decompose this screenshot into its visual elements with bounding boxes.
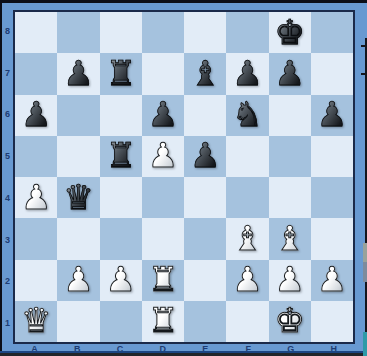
square-c8[interactable] xyxy=(100,12,142,53)
rank-label-1: 1 xyxy=(2,302,13,344)
square-c7[interactable]: ♜ xyxy=(100,53,142,94)
white-rook[interactable]: ♜ xyxy=(148,303,178,337)
square-c2[interactable]: ♟ xyxy=(100,260,142,301)
square-c6[interactable] xyxy=(100,95,142,136)
square-a8[interactable] xyxy=(15,12,57,53)
rank-labels: 87654321 xyxy=(2,10,13,344)
white-pawn[interactable]: ♟ xyxy=(63,262,93,296)
square-b2[interactable]: ♟ xyxy=(57,260,99,301)
square-e8[interactable] xyxy=(184,12,226,53)
square-a6[interactable]: ♟ xyxy=(15,95,57,136)
square-b5[interactable] xyxy=(57,136,99,177)
square-d3[interactable] xyxy=(142,218,184,259)
square-f8[interactable] xyxy=(226,12,268,53)
square-h4[interactable] xyxy=(311,177,353,218)
square-h3[interactable] xyxy=(311,218,353,259)
square-e1[interactable] xyxy=(184,301,226,342)
white-bishop[interactable]: ♝ xyxy=(274,221,304,255)
square-g4[interactable] xyxy=(269,177,311,218)
black-knight[interactable]: ♞ xyxy=(232,97,262,131)
square-f5[interactable] xyxy=(226,136,268,177)
square-c3[interactable] xyxy=(100,218,142,259)
square-e2[interactable] xyxy=(184,260,226,301)
white-king[interactable]: ♚ xyxy=(274,303,304,337)
rank-label-3: 3 xyxy=(2,219,13,261)
square-a2[interactable] xyxy=(15,260,57,301)
rank-label-6: 6 xyxy=(2,94,13,136)
white-pawn[interactable]: ♟ xyxy=(148,138,178,172)
black-pawn[interactable]: ♟ xyxy=(317,97,347,131)
right-edge-tick xyxy=(361,73,367,75)
square-a3[interactable] xyxy=(15,218,57,259)
square-g2[interactable]: ♟ xyxy=(269,260,311,301)
black-king[interactable]: ♚ xyxy=(274,15,304,49)
square-d5[interactable]: ♟ xyxy=(142,136,184,177)
square-g3[interactable]: ♝ xyxy=(269,218,311,259)
square-b7[interactable]: ♟ xyxy=(57,53,99,94)
square-d4[interactable] xyxy=(142,177,184,218)
black-pawn[interactable]: ♟ xyxy=(148,97,178,131)
square-g7[interactable]: ♟ xyxy=(269,53,311,94)
square-b1[interactable] xyxy=(57,301,99,342)
square-c4[interactable] xyxy=(100,177,142,218)
square-b4[interactable]: ♛ xyxy=(57,177,99,218)
right-edge-tick xyxy=(361,45,367,47)
black-pawn[interactable]: ♟ xyxy=(232,56,262,90)
right-edge-fragment xyxy=(363,243,367,262)
rank-label-7: 7 xyxy=(2,52,13,94)
square-e7[interactable]: ♝ xyxy=(184,53,226,94)
square-h6[interactable]: ♟ xyxy=(311,95,353,136)
white-pawn[interactable]: ♟ xyxy=(317,262,347,296)
black-pawn[interactable]: ♟ xyxy=(21,97,51,131)
square-g5[interactable] xyxy=(269,136,311,177)
square-b6[interactable] xyxy=(57,95,99,136)
black-pawn[interactable]: ♟ xyxy=(190,138,220,172)
black-rook[interactable]: ♜ xyxy=(105,138,135,172)
square-d6[interactable]: ♟ xyxy=(142,95,184,136)
black-rook[interactable]: ♜ xyxy=(105,56,135,90)
rank-label-2: 2 xyxy=(2,261,13,303)
square-c1[interactable] xyxy=(100,301,142,342)
white-pawn[interactable]: ♟ xyxy=(274,262,304,296)
square-d2[interactable]: ♜ xyxy=(142,260,184,301)
square-f6[interactable]: ♞ xyxy=(226,95,268,136)
black-pawn[interactable]: ♟ xyxy=(63,56,93,90)
square-d7[interactable] xyxy=(142,53,184,94)
black-bishop[interactable]: ♝ xyxy=(190,56,220,90)
square-h1[interactable] xyxy=(311,301,353,342)
black-pawn[interactable]: ♟ xyxy=(274,56,304,90)
white-queen[interactable]: ♛ xyxy=(21,303,51,337)
white-rook[interactable]: ♜ xyxy=(148,262,178,296)
square-e5[interactable]: ♟ xyxy=(184,136,226,177)
square-b8[interactable] xyxy=(57,12,99,53)
white-bishop[interactable]: ♝ xyxy=(232,221,262,255)
square-d8[interactable] xyxy=(142,12,184,53)
square-a4[interactable]: ♟ xyxy=(15,177,57,218)
square-f4[interactable] xyxy=(226,177,268,218)
white-pawn[interactable]: ♟ xyxy=(21,180,51,214)
square-h2[interactable]: ♟ xyxy=(311,260,353,301)
rank-label-5: 5 xyxy=(2,135,13,177)
square-g6[interactable] xyxy=(269,95,311,136)
right-edge-fragment xyxy=(363,262,367,282)
square-f1[interactable] xyxy=(226,301,268,342)
square-f7[interactable]: ♟ xyxy=(226,53,268,94)
square-a7[interactable] xyxy=(15,53,57,94)
square-b3[interactable] xyxy=(57,218,99,259)
rank-label-4: 4 xyxy=(2,177,13,219)
right-edge-fragment xyxy=(363,332,367,356)
white-pawn[interactable]: ♟ xyxy=(105,262,135,296)
black-queen[interactable]: ♛ xyxy=(63,180,93,214)
square-h7[interactable] xyxy=(311,53,353,94)
window-top-edge xyxy=(0,0,367,3)
square-e4[interactable] xyxy=(184,177,226,218)
square-g8[interactable]: ♚ xyxy=(269,12,311,53)
square-e3[interactable] xyxy=(184,218,226,259)
chess-board[interactable]: ♚♟♜♝♟♟♟♟♞♟♜♟♟♟♛♝♝♟♟♜♟♟♟♛♜♚ xyxy=(13,10,355,344)
rank-label-8: 8 xyxy=(2,10,13,52)
white-pawn[interactable]: ♟ xyxy=(232,262,262,296)
square-h8[interactable] xyxy=(311,12,353,53)
square-f3[interactable]: ♝ xyxy=(226,218,268,259)
square-g1[interactable]: ♚ xyxy=(269,301,311,342)
square-c5[interactable]: ♜ xyxy=(100,136,142,177)
chess-app-window: 87654321 ♚♟♜♝♟♟♟♟♞♟♜♟♟♟♛♝♝♟♟♜♟♟♟♛♜♚ ABCD… xyxy=(0,0,367,356)
square-a1[interactable]: ♛ xyxy=(15,301,57,342)
square-d1[interactable]: ♜ xyxy=(142,301,184,342)
square-e6[interactable] xyxy=(184,95,226,136)
square-a5[interactable] xyxy=(15,136,57,177)
square-f2[interactable]: ♟ xyxy=(226,260,268,301)
square-h5[interactable] xyxy=(311,136,353,177)
